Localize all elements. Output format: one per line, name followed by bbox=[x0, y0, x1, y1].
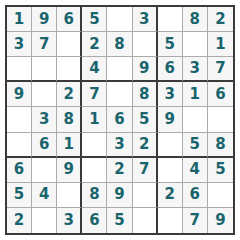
sudoku-cell: 8 bbox=[82, 183, 107, 208]
sudoku-cell: 9 bbox=[208, 208, 233, 233]
sudoku-cell: 4 bbox=[32, 183, 57, 208]
sudoku-cell: 3 bbox=[158, 82, 183, 107]
sudoku-cell[interactable] bbox=[82, 133, 107, 158]
sudoku-cell: 8 bbox=[208, 133, 233, 158]
sudoku-cell: 2 bbox=[133, 133, 158, 158]
sudoku-cell: 6 bbox=[107, 107, 132, 132]
sudoku-cell[interactable] bbox=[107, 57, 132, 82]
sudoku-cell[interactable] bbox=[7, 133, 32, 158]
sudoku-cell[interactable] bbox=[133, 183, 158, 208]
sudoku-cell: 5 bbox=[133, 107, 158, 132]
sudoku-cell: 6 bbox=[183, 183, 208, 208]
sudoku-cell[interactable] bbox=[7, 107, 32, 132]
sudoku-cell: 3 bbox=[32, 107, 57, 132]
sudoku-cell: 8 bbox=[107, 32, 132, 57]
sudoku-cell: 4 bbox=[183, 158, 208, 183]
sudoku-cell[interactable] bbox=[57, 32, 82, 57]
sudoku-cell: 2 bbox=[7, 208, 32, 233]
sudoku-board: 1965382372851496379278316381659613258692… bbox=[5, 5, 235, 235]
sudoku-cell: 5 bbox=[183, 133, 208, 158]
sudoku-cell: 9 bbox=[158, 107, 183, 132]
sudoku-cell[interactable] bbox=[107, 82, 132, 107]
sudoku-cell: 7 bbox=[208, 57, 233, 82]
sudoku-cell: 7 bbox=[183, 208, 208, 233]
sudoku-cell[interactable] bbox=[32, 82, 57, 107]
sudoku-cell[interactable] bbox=[208, 183, 233, 208]
sudoku-cell: 7 bbox=[133, 158, 158, 183]
sudoku-cell: 6 bbox=[57, 7, 82, 32]
sudoku-cell: 2 bbox=[82, 32, 107, 57]
sudoku-cell: 1 bbox=[7, 7, 32, 32]
sudoku-cell: 6 bbox=[82, 208, 107, 233]
sudoku-cell: 1 bbox=[183, 82, 208, 107]
sudoku-cell[interactable] bbox=[183, 107, 208, 132]
sudoku-cell[interactable] bbox=[32, 208, 57, 233]
sudoku-cell: 3 bbox=[107, 133, 132, 158]
sudoku-cell: 8 bbox=[57, 107, 82, 132]
sudoku-cell[interactable] bbox=[32, 57, 57, 82]
sudoku-cell[interactable] bbox=[133, 208, 158, 233]
sudoku-cell: 8 bbox=[183, 7, 208, 32]
sudoku-cell: 2 bbox=[158, 183, 183, 208]
sudoku-cell[interactable] bbox=[32, 158, 57, 183]
sudoku-cell[interactable] bbox=[82, 158, 107, 183]
sudoku-cell: 2 bbox=[208, 7, 233, 32]
sudoku-page: 1965382372851496379278316381659613258692… bbox=[0, 0, 240, 240]
sudoku-cell: 1 bbox=[208, 32, 233, 57]
sudoku-cell: 6 bbox=[7, 158, 32, 183]
sudoku-cell: 7 bbox=[82, 82, 107, 107]
sudoku-cell[interactable] bbox=[158, 133, 183, 158]
sudoku-cell: 9 bbox=[32, 7, 57, 32]
sudoku-cell[interactable] bbox=[158, 158, 183, 183]
sudoku-cell: 4 bbox=[82, 57, 107, 82]
sudoku-cell: 6 bbox=[158, 57, 183, 82]
sudoku-cell: 2 bbox=[57, 82, 82, 107]
sudoku-cell[interactable] bbox=[208, 107, 233, 132]
sudoku-cell: 5 bbox=[158, 32, 183, 57]
sudoku-cell: 3 bbox=[7, 32, 32, 57]
sudoku-cell: 9 bbox=[57, 158, 82, 183]
sudoku-cell: 6 bbox=[208, 82, 233, 107]
sudoku-cell[interactable] bbox=[133, 32, 158, 57]
sudoku-cell: 9 bbox=[133, 57, 158, 82]
sudoku-cell: 9 bbox=[107, 183, 132, 208]
sudoku-cell[interactable] bbox=[57, 183, 82, 208]
sudoku-cell: 2 bbox=[107, 158, 132, 183]
sudoku-cell: 6 bbox=[32, 133, 57, 158]
sudoku-cell: 1 bbox=[82, 107, 107, 132]
sudoku-cell[interactable] bbox=[183, 32, 208, 57]
sudoku-cell[interactable] bbox=[57, 57, 82, 82]
sudoku-cell[interactable] bbox=[7, 57, 32, 82]
sudoku-cell: 5 bbox=[107, 208, 132, 233]
sudoku-cell[interactable] bbox=[107, 7, 132, 32]
sudoku-cell: 8 bbox=[133, 82, 158, 107]
sudoku-cell[interactable] bbox=[158, 7, 183, 32]
sudoku-cell: 5 bbox=[7, 183, 32, 208]
sudoku-cell: 3 bbox=[57, 208, 82, 233]
sudoku-cell: 1 bbox=[57, 133, 82, 158]
sudoku-cell: 9 bbox=[7, 82, 32, 107]
sudoku-cell: 5 bbox=[82, 7, 107, 32]
sudoku-cell: 3 bbox=[133, 7, 158, 32]
sudoku-cell: 3 bbox=[183, 57, 208, 82]
sudoku-cell: 7 bbox=[32, 32, 57, 57]
sudoku-cell[interactable] bbox=[158, 208, 183, 233]
sudoku-cell: 5 bbox=[208, 158, 233, 183]
